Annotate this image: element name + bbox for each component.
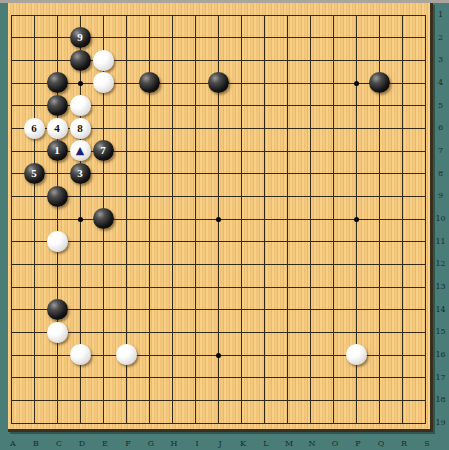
row-label: 11 — [433, 237, 448, 247]
column-label: B — [29, 439, 43, 449]
row-label: 3 — [433, 55, 448, 65]
column-label: A — [6, 439, 20, 449]
row-label: 6 — [433, 123, 448, 133]
row-label: 4 — [433, 78, 448, 88]
column-label: R — [397, 439, 411, 449]
column-label: C — [52, 439, 66, 449]
column-label: F — [121, 439, 135, 449]
window-top-strip — [0, 0, 449, 3]
row-label: 1 — [433, 10, 448, 20]
column-label: I — [190, 439, 204, 449]
column-label: M — [282, 439, 296, 449]
row-label: 19 — [433, 418, 448, 428]
row-label: 9 — [433, 191, 448, 201]
row-label: 13 — [433, 282, 448, 292]
column-label: G — [144, 439, 158, 449]
column-label: K — [236, 439, 250, 449]
coordinate-labels: ABCDEFGHIJKLMNOPQRS123456789101112131415… — [0, 0, 449, 450]
row-label: 12 — [433, 259, 448, 269]
row-label: 5 — [433, 101, 448, 111]
row-label: 2 — [433, 33, 448, 43]
column-label: L — [259, 439, 273, 449]
column-label: Q — [374, 439, 388, 449]
column-label: D — [75, 439, 89, 449]
column-label: H — [167, 439, 181, 449]
row-label: 18 — [433, 395, 448, 405]
go-diagram-window: 96481▲753 ABCDEFGHIJKLMNOPQRS12345678910… — [0, 0, 449, 450]
row-label: 15 — [433, 327, 448, 337]
column-label: N — [305, 439, 319, 449]
row-label: 14 — [433, 305, 448, 315]
column-label: J — [213, 439, 227, 449]
row-label: 8 — [433, 169, 448, 179]
column-label: S — [420, 439, 434, 449]
row-label: 17 — [433, 373, 448, 383]
column-label: E — [98, 439, 112, 449]
row-label: 10 — [433, 214, 448, 224]
row-label: 7 — [433, 146, 448, 156]
row-label: 16 — [433, 350, 448, 360]
column-label: O — [328, 439, 342, 449]
column-label: P — [351, 439, 365, 449]
